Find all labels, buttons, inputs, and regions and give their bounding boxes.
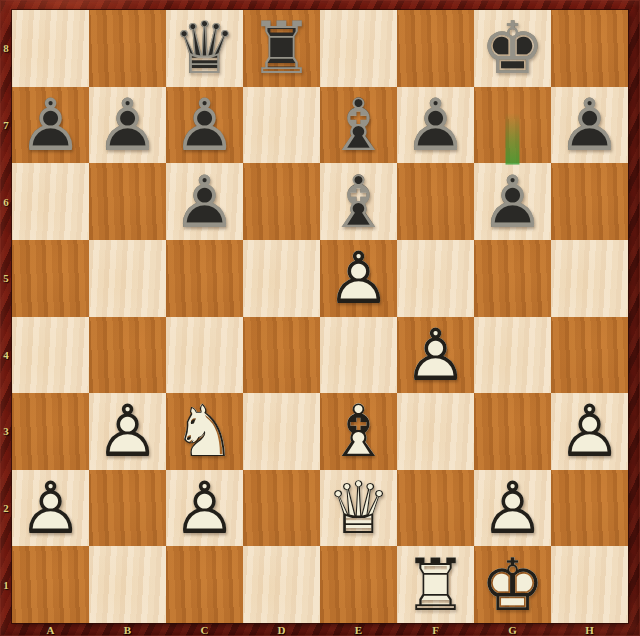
- black-bishop[interactable]: ♝♗: [320, 87, 397, 164]
- square-f8[interactable]: [397, 10, 474, 87]
- piece-outline-glyph: ♙: [166, 87, 243, 164]
- piece-outline-glyph: ♗: [320, 393, 397, 470]
- piece-outline-glyph: ♙: [89, 87, 166, 164]
- square-b3[interactable]: ♟♙: [89, 393, 166, 470]
- black-pawn[interactable]: ♟♙: [89, 87, 166, 164]
- square-d2[interactable]: [243, 470, 320, 547]
- square-e2[interactable]: ♛♕: [320, 470, 397, 547]
- square-a3[interactable]: [12, 393, 89, 470]
- square-a8[interactable]: [12, 10, 89, 87]
- piece-outline-glyph: ♙: [166, 163, 243, 240]
- square-g8[interactable]: ♚♔: [474, 10, 551, 87]
- square-g5[interactable]: [474, 240, 551, 317]
- square-c5[interactable]: [166, 240, 243, 317]
- piece-outline-glyph: ♖: [243, 10, 320, 87]
- square-a6[interactable]: [12, 163, 89, 240]
- square-e5[interactable]: ♟♙: [320, 240, 397, 317]
- square-d5[interactable]: [243, 240, 320, 317]
- file-label-h: H: [551, 623, 628, 636]
- square-d7[interactable]: [243, 87, 320, 164]
- rank-label-6: 6: [0, 163, 12, 240]
- piece-outline-glyph: ♙: [474, 163, 551, 240]
- piece-outline-glyph: ♙: [551, 87, 628, 164]
- file-label-c: C: [166, 623, 243, 636]
- piece-outline-glyph: ♔: [474, 546, 551, 623]
- rank-label-5: 5: [0, 240, 12, 317]
- square-e6[interactable]: ♝♗: [320, 163, 397, 240]
- square-g1[interactable]: ♚♔: [474, 546, 551, 623]
- black-king[interactable]: ♚♔: [474, 10, 551, 87]
- square-g6[interactable]: ♟♙: [474, 163, 551, 240]
- piece-outline-glyph: ♙: [397, 317, 474, 394]
- file-label-a: A: [12, 623, 89, 636]
- square-h1[interactable]: [551, 546, 628, 623]
- white-king[interactable]: ♚♔: [474, 546, 551, 623]
- square-c3[interactable]: ♞♘: [166, 393, 243, 470]
- black-pawn[interactable]: ♟♙: [474, 163, 551, 240]
- black-bishop[interactable]: ♝♗: [320, 163, 397, 240]
- black-queen[interactable]: ♛♕: [166, 10, 243, 87]
- square-d6[interactable]: [243, 163, 320, 240]
- piece-outline-glyph: ♔: [474, 10, 551, 87]
- white-pawn[interactable]: ♟♙: [320, 240, 397, 317]
- white-bishop[interactable]: ♝♗: [320, 393, 397, 470]
- square-h8[interactable]: [551, 10, 628, 87]
- piece-outline-glyph: ♙: [12, 470, 89, 547]
- square-e7[interactable]: ♝♗: [320, 87, 397, 164]
- black-pawn[interactable]: ♟♙: [397, 87, 474, 164]
- square-d8[interactable]: ♜♖: [243, 10, 320, 87]
- square-c1[interactable]: [166, 546, 243, 623]
- rank-label-3: 3: [0, 393, 12, 470]
- square-a1[interactable]: [12, 546, 89, 623]
- square-f1[interactable]: ♜♖: [397, 546, 474, 623]
- piece-outline-glyph: ♙: [474, 470, 551, 547]
- piece-outline-glyph: ♕: [166, 10, 243, 87]
- square-b1[interactable]: [89, 546, 166, 623]
- square-b7[interactable]: ♟♙: [89, 87, 166, 164]
- rank-label-4: 4: [0, 317, 12, 394]
- black-pawn[interactable]: ♟♙: [166, 87, 243, 164]
- square-g4[interactable]: [474, 317, 551, 394]
- white-pawn[interactable]: ♟♙: [166, 470, 243, 547]
- square-a5[interactable]: [12, 240, 89, 317]
- black-pawn[interactable]: ♟♙: [12, 87, 89, 164]
- rank-label-2: 2: [0, 470, 12, 547]
- square-b2[interactable]: [89, 470, 166, 547]
- square-c2[interactable]: ♟♙: [166, 470, 243, 547]
- piece-outline-glyph: ♗: [320, 163, 397, 240]
- square-c4[interactable]: [166, 317, 243, 394]
- white-pawn[interactable]: ♟♙: [474, 470, 551, 547]
- file-label-b: B: [89, 623, 166, 636]
- square-f4[interactable]: ♟♙: [397, 317, 474, 394]
- rank-label-7: 7: [0, 87, 12, 164]
- square-b4[interactable]: [89, 317, 166, 394]
- rank-label-8: 8: [0, 10, 12, 87]
- piece-outline-glyph: ♙: [397, 87, 474, 164]
- white-queen[interactable]: ♛♕: [320, 470, 397, 547]
- square-h3[interactable]: ♟♙: [551, 393, 628, 470]
- square-f2[interactable]: [397, 470, 474, 547]
- square-h6[interactable]: [551, 163, 628, 240]
- square-h2[interactable]: [551, 470, 628, 547]
- piece-outline-glyph: ♗: [320, 87, 397, 164]
- piece-outline-glyph: ♙: [320, 240, 397, 317]
- square-d1[interactable]: [243, 546, 320, 623]
- white-pawn[interactable]: ♟♙: [397, 317, 474, 394]
- square-f5[interactable]: [397, 240, 474, 317]
- square-c6[interactable]: ♟♙: [166, 163, 243, 240]
- square-b8[interactable]: [89, 10, 166, 87]
- piece-outline-glyph: ♙: [551, 393, 628, 470]
- piece-outline-glyph: ♙: [12, 87, 89, 164]
- square-b6[interactable]: [89, 163, 166, 240]
- square-a4[interactable]: [12, 317, 89, 394]
- piece-outline-glyph: ♙: [89, 393, 166, 470]
- square-d4[interactable]: [243, 317, 320, 394]
- white-pawn[interactable]: ♟♙: [12, 470, 89, 547]
- piece-outline-glyph: ♕: [320, 470, 397, 547]
- file-label-e: E: [320, 623, 397, 636]
- square-h5[interactable]: [551, 240, 628, 317]
- board-frame: ♛♕♜♖♚♔♟♙♟♙♟♙♝♗♟♙♟♙♟♙♝♗♟♙♟♙♟♙♟♙♞♘♝♗♟♙♟♙♟♙…: [0, 0, 640, 636]
- white-pawn[interactable]: ♟♙: [551, 393, 628, 470]
- square-f6[interactable]: [397, 163, 474, 240]
- piece-outline-glyph: ♖: [397, 546, 474, 623]
- square-f3[interactable]: [397, 393, 474, 470]
- square-f7[interactable]: ♟♙: [397, 87, 474, 164]
- black-pawn[interactable]: ♟♙: [166, 163, 243, 240]
- white-rook[interactable]: ♜♖: [397, 546, 474, 623]
- square-e4[interactable]: [320, 317, 397, 394]
- square-a7[interactable]: ♟♙: [12, 87, 89, 164]
- black-rook[interactable]: ♜♖: [243, 10, 320, 87]
- piece-outline-glyph: ♙: [166, 470, 243, 547]
- square-h7[interactable]: ♟♙: [551, 87, 628, 164]
- piece-outline-glyph: ♘: [166, 393, 243, 470]
- square-c7[interactable]: ♟♙: [166, 87, 243, 164]
- chess-board: ♛♕♜♖♚♔♟♙♟♙♟♙♝♗♟♙♟♙♟♙♝♗♟♙♟♙♟♙♟♙♞♘♝♗♟♙♟♙♟♙…: [12, 10, 628, 623]
- square-g7[interactable]: [474, 87, 551, 164]
- square-e1[interactable]: [320, 546, 397, 623]
- white-pawn[interactable]: ♟♙: [89, 393, 166, 470]
- rank-label-1: 1: [0, 546, 12, 623]
- square-g2[interactable]: ♟♙: [474, 470, 551, 547]
- black-pawn[interactable]: ♟♙: [551, 87, 628, 164]
- white-knight[interactable]: ♞♘: [166, 393, 243, 470]
- square-e8[interactable]: [320, 10, 397, 87]
- square-d3[interactable]: [243, 393, 320, 470]
- square-g3[interactable]: [474, 393, 551, 470]
- square-b5[interactable]: [89, 240, 166, 317]
- square-c8[interactable]: ♛♕: [166, 10, 243, 87]
- square-a2[interactable]: ♟♙: [12, 470, 89, 547]
- square-e3[interactable]: ♝♗: [320, 393, 397, 470]
- square-h4[interactable]: [551, 317, 628, 394]
- file-label-d: D: [243, 623, 320, 636]
